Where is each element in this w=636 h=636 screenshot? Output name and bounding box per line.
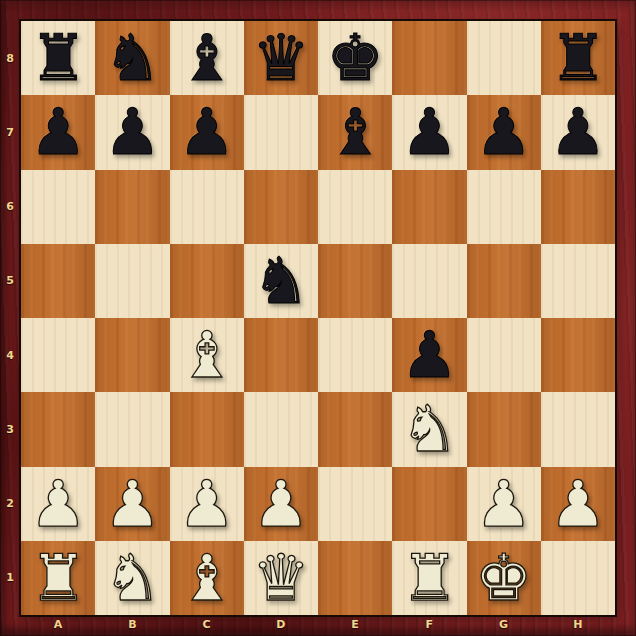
square-d4[interactable]: [244, 318, 318, 392]
white-pawn-g2[interactable]: ♟: [475, 467, 532, 541]
square-b1[interactable]: ♞: [95, 541, 169, 615]
rank-label-2: 2: [0, 467, 20, 541]
square-d7[interactable]: [244, 95, 318, 169]
white-pawn-a2[interactable]: ♟: [29, 467, 86, 541]
black-king-e8[interactable]: ♚: [326, 21, 383, 95]
file-label-g: G: [467, 614, 541, 634]
white-bishop-c4[interactable]: ♝: [178, 318, 235, 392]
square-e6[interactable]: [318, 170, 392, 244]
square-a2[interactable]: ♟: [21, 467, 95, 541]
square-a3[interactable]: [21, 392, 95, 466]
square-b7[interactable]: ♟: [95, 95, 169, 169]
square-a1[interactable]: ♜: [21, 541, 95, 615]
square-h2[interactable]: ♟: [541, 467, 615, 541]
file-label-f: F: [392, 614, 466, 634]
square-e2[interactable]: [318, 467, 392, 541]
square-h5[interactable]: [541, 244, 615, 318]
file-label-c: C: [170, 614, 244, 634]
file-label-a: A: [21, 614, 95, 634]
square-b5[interactable]: [95, 244, 169, 318]
square-e5[interactable]: [318, 244, 392, 318]
file-coordinates: A B C D E F G H: [21, 614, 615, 634]
square-c2[interactable]: ♟: [170, 467, 244, 541]
square-a5[interactable]: [21, 244, 95, 318]
rank-label-1: 1: [0, 541, 20, 615]
square-a8[interactable]: ♜: [21, 21, 95, 95]
black-bishop-e7[interactable]: ♝: [326, 95, 383, 169]
square-h4[interactable]: [541, 318, 615, 392]
square-g1[interactable]: ♚: [467, 541, 541, 615]
black-pawn-g7[interactable]: ♟: [475, 95, 532, 169]
white-king-g1[interactable]: ♚: [475, 541, 532, 615]
white-pawn-b2[interactable]: ♟: [104, 467, 161, 541]
square-g7[interactable]: ♟: [467, 95, 541, 169]
square-g5[interactable]: [467, 244, 541, 318]
square-f6[interactable]: [392, 170, 466, 244]
square-c6[interactable]: [170, 170, 244, 244]
rank-label-4: 4: [0, 318, 20, 392]
black-bishop-c8[interactable]: ♝: [178, 21, 235, 95]
square-a6[interactable]: [21, 170, 95, 244]
square-e3[interactable]: [318, 392, 392, 466]
black-queen-d8[interactable]: ♛: [252, 21, 309, 95]
rank-coordinates: 8 7 6 5 4 3 2 1: [0, 21, 20, 615]
file-label-b: B: [95, 614, 169, 634]
square-c3[interactable]: [170, 392, 244, 466]
square-b6[interactable]: [95, 170, 169, 244]
chess-app: ♜♞♝♛♚♜♟♟♟♝♟♟♟♞♝♟♞♟♟♟♟♟♟♜♞♝♛♜♚ 8 7 6 5 4 …: [0, 0, 636, 636]
white-knight-b1[interactable]: ♞: [104, 541, 161, 615]
square-h3[interactable]: [541, 392, 615, 466]
black-rook-h8[interactable]: ♜: [549, 21, 606, 95]
white-rook-f1[interactable]: ♜: [401, 541, 458, 615]
square-e4[interactable]: [318, 318, 392, 392]
square-b3[interactable]: [95, 392, 169, 466]
square-f8[interactable]: [392, 21, 466, 95]
square-g4[interactable]: [467, 318, 541, 392]
square-d6[interactable]: [244, 170, 318, 244]
white-pawn-c2[interactable]: ♟: [178, 467, 235, 541]
white-pawn-h2[interactable]: ♟: [549, 467, 606, 541]
square-d2[interactable]: ♟: [244, 467, 318, 541]
square-f4[interactable]: ♟: [392, 318, 466, 392]
white-queen-d1[interactable]: ♛: [252, 541, 309, 615]
black-pawn-f4[interactable]: ♟: [401, 318, 458, 392]
square-d3[interactable]: [244, 392, 318, 466]
rank-label-8: 8: [0, 21, 20, 95]
white-knight-f3[interactable]: ♞: [401, 392, 458, 466]
square-f7[interactable]: ♟: [392, 95, 466, 169]
square-f5[interactable]: [392, 244, 466, 318]
square-e7[interactable]: ♝: [318, 95, 392, 169]
square-c5[interactable]: [170, 244, 244, 318]
rank-label-7: 7: [0, 95, 20, 169]
rank-label-5: 5: [0, 244, 20, 318]
square-d5[interactable]: ♞: [244, 244, 318, 318]
square-b8[interactable]: ♞: [95, 21, 169, 95]
black-pawn-b7[interactable]: ♟: [104, 95, 161, 169]
square-e8[interactable]: ♚: [318, 21, 392, 95]
square-a4[interactable]: [21, 318, 95, 392]
black-pawn-a7[interactable]: ♟: [29, 95, 86, 169]
square-e1[interactable]: [318, 541, 392, 615]
black-pawn-h7[interactable]: ♟: [549, 95, 606, 169]
square-b2[interactable]: ♟: [95, 467, 169, 541]
white-pawn-d2[interactable]: ♟: [252, 467, 309, 541]
file-label-d: D: [244, 614, 318, 634]
black-pawn-f7[interactable]: ♟: [401, 95, 458, 169]
square-c7[interactable]: ♟: [170, 95, 244, 169]
rank-label-3: 3: [0, 392, 20, 466]
white-bishop-c1[interactable]: ♝: [178, 541, 235, 615]
square-d8[interactable]: ♛: [244, 21, 318, 95]
black-knight-d5[interactable]: ♞: [252, 244, 309, 318]
square-f2[interactable]: [392, 467, 466, 541]
square-c1[interactable]: ♝: [170, 541, 244, 615]
square-h6[interactable]: [541, 170, 615, 244]
square-c8[interactable]: ♝: [170, 21, 244, 95]
board: ♜♞♝♛♚♜♟♟♟♝♟♟♟♞♝♟♞♟♟♟♟♟♟♜♞♝♛♜♚: [21, 21, 615, 615]
white-rook-a1[interactable]: ♜: [29, 541, 86, 615]
square-c4[interactable]: ♝: [170, 318, 244, 392]
file-label-e: E: [318, 614, 392, 634]
black-knight-b8[interactable]: ♞: [104, 21, 161, 95]
square-g3[interactable]: [467, 392, 541, 466]
square-h1[interactable]: [541, 541, 615, 615]
black-rook-a8[interactable]: ♜: [29, 21, 86, 95]
square-a7[interactable]: ♟: [21, 95, 95, 169]
rank-label-6: 6: [0, 170, 20, 244]
square-g2[interactable]: ♟: [467, 467, 541, 541]
black-pawn-c7[interactable]: ♟: [178, 95, 235, 169]
square-f3[interactable]: ♞: [392, 392, 466, 466]
square-g6[interactable]: [467, 170, 541, 244]
square-d1[interactable]: ♛: [244, 541, 318, 615]
file-label-h: H: [541, 614, 615, 634]
square-f1[interactable]: ♜: [392, 541, 466, 615]
square-g8[interactable]: [467, 21, 541, 95]
square-h8[interactable]: ♜: [541, 21, 615, 95]
square-h7[interactable]: ♟: [541, 95, 615, 169]
square-b4[interactable]: [95, 318, 169, 392]
